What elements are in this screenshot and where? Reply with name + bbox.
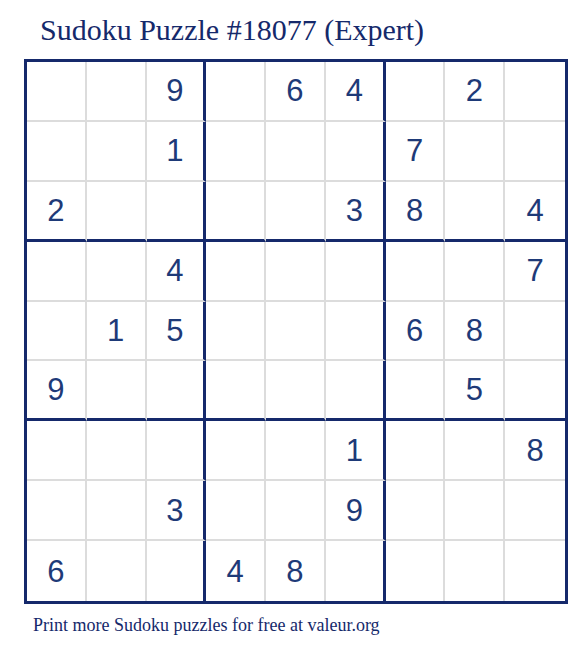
sudoku-cell-r9c1: 6 [27, 541, 87, 601]
sudoku-cell-r6c7 [386, 361, 446, 421]
sudoku-cell-r3c5 [266, 182, 326, 242]
sudoku-cell-r9c4: 4 [206, 541, 266, 601]
sudoku-cell-r7c7 [386, 421, 446, 481]
sudoku-cell-r3c6: 3 [326, 182, 386, 242]
sudoku-cell-r4c9: 7 [505, 242, 565, 302]
sudoku-cell-r9c5: 8 [266, 541, 326, 601]
sudoku-cell-r4c1 [27, 242, 87, 302]
sudoku-cell-r1c8: 2 [445, 62, 505, 122]
sudoku-cell-r4c2 [87, 242, 147, 302]
sudoku-cell-r8c4 [206, 481, 266, 541]
sudoku-cell-r3c3 [147, 182, 207, 242]
sudoku-cell-r2c3: 1 [147, 122, 207, 182]
sudoku-cell-r7c8 [445, 421, 505, 481]
sudoku-cell-r6c2 [87, 361, 147, 421]
sudoku-cell-r8c7 [386, 481, 446, 541]
sudoku-cell-r2c2 [87, 122, 147, 182]
sudoku-cell-r6c1: 9 [27, 361, 87, 421]
sudoku-cell-r9c2 [87, 541, 147, 601]
sudoku-cell-r9c7 [386, 541, 446, 601]
sudoku-cell-r2c5 [266, 122, 326, 182]
sudoku-cell-r8c3: 3 [147, 481, 207, 541]
sudoku-cell-r3c4 [206, 182, 266, 242]
sudoku-cell-r8c2 [87, 481, 147, 541]
sudoku-cell-r1c1 [27, 62, 87, 122]
sudoku-cell-r3c7: 8 [386, 182, 446, 242]
sudoku-cell-r5c3: 5 [147, 302, 207, 362]
sudoku-cell-r4c7 [386, 242, 446, 302]
sudoku-cell-r1c9 [505, 62, 565, 122]
footer-text: Print more Sudoku puzzles for free at va… [33, 615, 380, 636]
sudoku-cell-r6c8: 5 [445, 361, 505, 421]
sudoku-page: Sudoku Puzzle #18077 (Expert) 9642172384… [0, 0, 580, 651]
sudoku-cell-r8c6: 9 [326, 481, 386, 541]
sudoku-cell-r3c1: 2 [27, 182, 87, 242]
sudoku-cell-r8c9 [505, 481, 565, 541]
sudoku-cell-r1c6: 4 [326, 62, 386, 122]
sudoku-cell-r9c9 [505, 541, 565, 601]
sudoku-cell-r9c6 [326, 541, 386, 601]
sudoku-cell-r1c5: 6 [266, 62, 326, 122]
sudoku-cell-r2c6 [326, 122, 386, 182]
sudoku-cell-r2c4 [206, 122, 266, 182]
sudoku-cell-r3c2 [87, 182, 147, 242]
sudoku-cell-r9c8 [445, 541, 505, 601]
sudoku-cell-r7c4 [206, 421, 266, 481]
sudoku-cell-r7c5 [266, 421, 326, 481]
sudoku-cell-r2c7: 7 [386, 122, 446, 182]
sudoku-cell-r5c9 [505, 302, 565, 362]
sudoku-cell-r2c8 [445, 122, 505, 182]
sudoku-cell-r8c1 [27, 481, 87, 541]
sudoku-cell-r5c8: 8 [445, 302, 505, 362]
sudoku-cell-r7c9: 8 [505, 421, 565, 481]
sudoku-board: 9642172384471568951839648 [24, 59, 568, 604]
sudoku-cell-r7c1 [27, 421, 87, 481]
sudoku-cell-r5c6 [326, 302, 386, 362]
sudoku-cell-r2c1 [27, 122, 87, 182]
sudoku-cell-r2c9 [505, 122, 565, 182]
sudoku-cell-r5c1 [27, 302, 87, 362]
sudoku-cell-r6c9 [505, 361, 565, 421]
sudoku-cell-r9c3 [147, 541, 207, 601]
sudoku-cell-r5c2: 1 [87, 302, 147, 362]
sudoku-cell-r4c5 [266, 242, 326, 302]
sudoku-cell-r1c3: 9 [147, 62, 207, 122]
sudoku-cell-r1c7 [386, 62, 446, 122]
sudoku-cell-r4c6 [326, 242, 386, 302]
sudoku-cell-r1c2 [87, 62, 147, 122]
sudoku-cell-r3c8 [445, 182, 505, 242]
sudoku-cell-r7c3 [147, 421, 207, 481]
sudoku-cell-r4c3: 4 [147, 242, 207, 302]
sudoku-cell-r5c7: 6 [386, 302, 446, 362]
sudoku-cell-r4c8 [445, 242, 505, 302]
sudoku-cell-r5c4 [206, 302, 266, 362]
sudoku-cell-r5c5 [266, 302, 326, 362]
sudoku-cell-r8c5 [266, 481, 326, 541]
page-title: Sudoku Puzzle #18077 (Expert) [40, 13, 424, 47]
sudoku-cell-r7c6: 1 [326, 421, 386, 481]
sudoku-cell-r3c9: 4 [505, 182, 565, 242]
sudoku-cell-r8c8 [445, 481, 505, 541]
sudoku-cell-r6c5 [266, 361, 326, 421]
sudoku-cell-r4c4 [206, 242, 266, 302]
sudoku-cell-r7c2 [87, 421, 147, 481]
sudoku-cell-r6c3 [147, 361, 207, 421]
sudoku-cell-r6c4 [206, 361, 266, 421]
sudoku-cell-r6c6 [326, 361, 386, 421]
sudoku-cell-r1c4 [206, 62, 266, 122]
